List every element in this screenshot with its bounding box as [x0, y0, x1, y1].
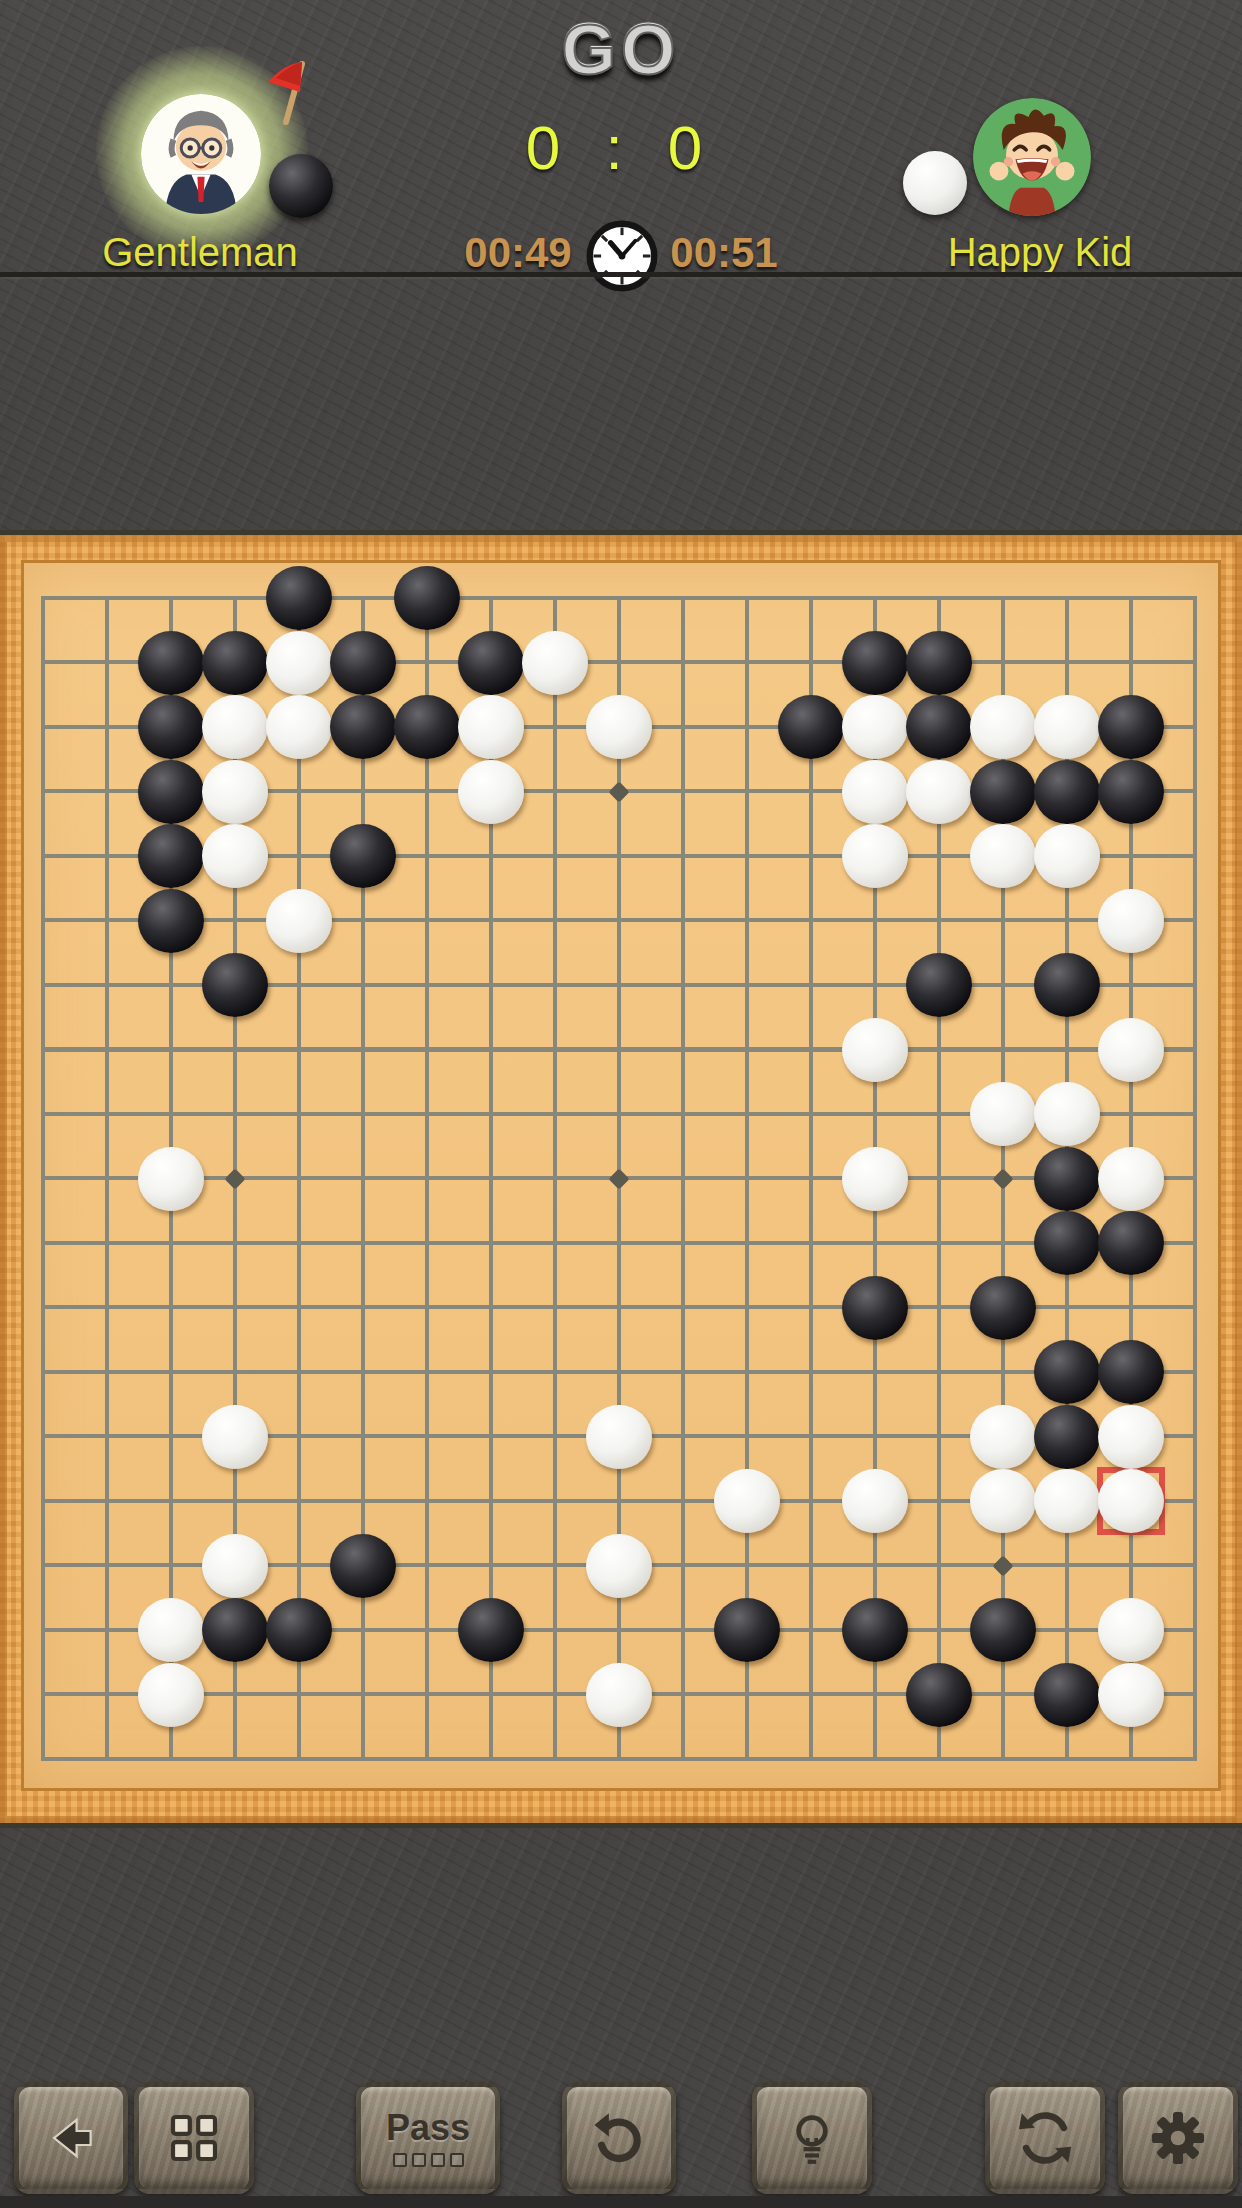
player-name-white: Happy Kid — [840, 230, 1240, 275]
back-arrow-icon — [43, 2110, 99, 2166]
hint-button[interactable] — [752, 2082, 872, 2194]
pass-button[interactable]: Pass — [356, 2082, 500, 2194]
back-button[interactable] — [14, 2082, 128, 2194]
player-name-black: Gentleman — [0, 230, 400, 275]
timer-white: 00:51 — [634, 229, 814, 277]
refresh-icon — [1016, 2109, 1074, 2167]
avatar-white-player — [973, 98, 1091, 216]
bottom-edge-strip — [0, 2196, 1242, 2208]
lightbulb-icon — [784, 2110, 840, 2166]
white-stone-indicator — [903, 151, 967, 215]
grid-squares-icon — [166, 2110, 222, 2166]
pass-button-label: Pass — [386, 2110, 470, 2146]
pass-dots-icon — [393, 2153, 464, 2167]
score-right: 0 — [668, 113, 716, 182]
clock-icon — [584, 218, 660, 294]
timer-black: 00:49 — [428, 229, 608, 277]
avatar-black-player — [141, 94, 261, 214]
score-left: 0 — [526, 113, 574, 182]
menu-apps-button[interactable] — [134, 2082, 254, 2194]
goban-board[interactable] — [24, 563, 1218, 1788]
black-stone-indicator — [269, 154, 333, 218]
gear-icon — [1149, 2109, 1207, 2167]
settings-button[interactable] — [1118, 2082, 1238, 2194]
score-separator: : — [605, 113, 636, 182]
header-divider — [0, 272, 1242, 277]
sync-button[interactable] — [985, 2082, 1105, 2194]
red-flag-icon — [262, 56, 332, 140]
board-frame — [0, 530, 1242, 1828]
undo-arrow-icon — [590, 2109, 648, 2167]
go-app-screen: GO 0 : 0 — [0, 0, 1242, 2208]
undo-button[interactable] — [562, 2082, 676, 2194]
